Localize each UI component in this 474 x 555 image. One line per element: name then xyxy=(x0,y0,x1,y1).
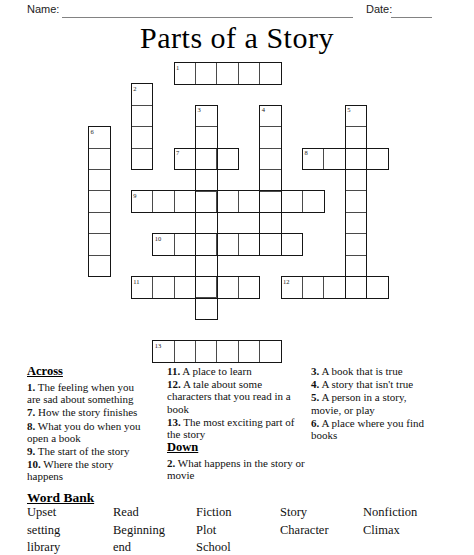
clue-number: 4 xyxy=(262,106,265,113)
clue-down-5: 5. A person in a story, movie, or play xyxy=(311,391,426,415)
clue-number: 1 xyxy=(176,64,179,71)
grid-cell[interactable] xyxy=(259,190,282,213)
grid-cell[interactable] xyxy=(259,126,282,149)
grid-cell[interactable] xyxy=(152,190,175,213)
word-bank-word: setting xyxy=(27,522,113,540)
grid-cell[interactable] xyxy=(345,126,368,149)
grid-cell[interactable] xyxy=(345,276,368,299)
word-bank-word: Upset xyxy=(27,504,113,522)
crossword-grid: 17891011121323456 xyxy=(88,62,390,364)
clue-down-4: 4. A story that isn't true xyxy=(311,378,426,390)
clue-number: 12 xyxy=(283,278,290,285)
grid-cell[interactable] xyxy=(174,276,197,299)
clue-across-1: 1. The feeling when you are sad about so… xyxy=(27,381,145,405)
grid-cell[interactable] xyxy=(88,233,111,256)
grid-cell[interactable] xyxy=(195,276,218,299)
grid-cell[interactable]: 12 xyxy=(281,276,304,299)
grid-cell[interactable]: 3 xyxy=(195,105,218,128)
grid-cell[interactable] xyxy=(345,233,368,256)
grid-cell[interactable] xyxy=(195,126,218,149)
clue-number: 7 xyxy=(176,149,179,156)
grid-cell[interactable] xyxy=(174,233,197,256)
grid-cell[interactable] xyxy=(88,148,111,171)
grid-cell[interactable] xyxy=(131,126,154,149)
grid-cell[interactable]: 4 xyxy=(259,105,282,128)
clue-down-3: 3. A book that is true xyxy=(311,365,426,377)
clue-column-right: 3. A book that is true4. A story that is… xyxy=(311,365,426,442)
word-bank-word: Character xyxy=(280,522,363,540)
grid-cell[interactable] xyxy=(281,233,304,256)
word-bank-word: Story xyxy=(280,504,363,522)
grid-cell[interactable] xyxy=(345,148,368,171)
grid-cell[interactable] xyxy=(216,276,239,299)
grid-cell[interactable] xyxy=(238,233,261,256)
grid-cell[interactable] xyxy=(195,169,218,192)
clue-column-middle: 11. A place to learn12. A tale about som… xyxy=(167,365,306,483)
grid-cell[interactable] xyxy=(259,62,282,85)
grid-cell[interactable] xyxy=(302,190,325,213)
grid-cell[interactable] xyxy=(259,169,282,192)
grid-cell[interactable]: 7 xyxy=(174,148,197,171)
grid-cell[interactable] xyxy=(345,190,368,213)
grid-cell[interactable] xyxy=(195,297,218,320)
clue-number: 8 xyxy=(305,149,308,156)
grid-cell[interactable]: 1 xyxy=(174,62,197,85)
grid-cell[interactable] xyxy=(366,148,389,171)
name-label: Name: xyxy=(27,3,59,15)
grid-cell[interactable] xyxy=(238,190,261,213)
clue-number: 13 xyxy=(155,342,162,349)
clue-number: 3 xyxy=(198,106,201,113)
grid-cell[interactable] xyxy=(88,169,111,192)
grid-cell[interactable] xyxy=(259,340,282,363)
clue-across-11: 11. A place to learn xyxy=(167,365,306,377)
grid-cell[interactable] xyxy=(131,148,154,171)
grid-cell[interactable] xyxy=(302,276,325,299)
grid-cell[interactable] xyxy=(323,148,346,171)
grid-cell[interactable] xyxy=(216,340,239,363)
clue-number: 5 xyxy=(347,106,350,113)
grid-cell[interactable] xyxy=(323,276,346,299)
grid-cell[interactable] xyxy=(238,62,261,85)
grid-cell[interactable] xyxy=(366,276,389,299)
clue-number: 11 xyxy=(133,278,139,285)
grid-cell[interactable] xyxy=(216,190,239,213)
grid-cell[interactable] xyxy=(152,276,175,299)
grid-cell[interactable] xyxy=(259,233,282,256)
clue-number: 10 xyxy=(155,235,162,242)
word-bank-word: Beginning xyxy=(113,522,196,540)
word-bank-word: Climax xyxy=(363,522,457,540)
clue-across-10: 10. Where the story happens xyxy=(27,458,145,482)
grid-cell[interactable] xyxy=(345,212,368,235)
grid-cell[interactable] xyxy=(195,62,218,85)
grid-cell[interactable] xyxy=(345,169,368,192)
clue-across-7: 7. How the story finishes xyxy=(27,406,145,418)
grid-cell[interactable] xyxy=(195,148,218,171)
grid-cell[interactable] xyxy=(216,233,239,256)
clue-number: 6 xyxy=(91,128,94,135)
clue-number: 2 xyxy=(133,85,136,92)
grid-cell[interactable] xyxy=(259,212,282,235)
clue-down-2: 2. What happens in the story or movie xyxy=(167,457,306,481)
word-bank-word: Nonfiction xyxy=(363,504,457,522)
grid-cell[interactable] xyxy=(88,190,111,213)
grid-cell[interactable] xyxy=(259,148,282,171)
grid-cell[interactable]: 9 xyxy=(131,190,154,213)
grid-cell[interactable] xyxy=(195,340,218,363)
grid-cell[interactable] xyxy=(195,212,218,235)
clue-down-6: 6. A place where you find books xyxy=(311,417,426,441)
grid-cell[interactable]: 8 xyxy=(302,148,325,171)
grid-cell[interactable] xyxy=(195,233,218,256)
word-bank-words: UpsetReadFictionStoryNonfictionsettingBe… xyxy=(27,504,457,555)
clue-across-13: 13. The most exciting part of the story xyxy=(167,416,306,440)
grid-cell[interactable] xyxy=(238,340,261,363)
grid-cell[interactable] xyxy=(238,276,261,299)
date-blank-line xyxy=(391,17,432,18)
clue-number: 9 xyxy=(133,192,136,199)
word-bank-word: Plot xyxy=(196,522,280,540)
grid-cell[interactable]: 6 xyxy=(88,126,111,149)
grid-cell[interactable] xyxy=(345,255,368,278)
grid-cell[interactable]: 2 xyxy=(131,83,154,106)
page-title: Parts of a Story xyxy=(0,21,474,55)
clue-across-8: 8. What you do when you open a book xyxy=(27,420,145,444)
grid-cell[interactable]: 13 xyxy=(152,340,175,363)
across-heading: Across xyxy=(27,365,145,378)
grid-cell[interactable] xyxy=(88,255,111,278)
grid-cell[interactable] xyxy=(216,62,239,85)
grid-cell[interactable] xyxy=(88,212,111,235)
word-bank-word: Read xyxy=(113,504,196,522)
down-heading: Down xyxy=(167,441,306,454)
grid-cell[interactable] xyxy=(195,190,218,213)
word-bank-word: end xyxy=(113,539,196,555)
word-bank-word: library xyxy=(27,539,113,555)
date-label: Date: xyxy=(366,3,392,15)
grid-cell[interactable]: 11 xyxy=(131,276,154,299)
name-blank-line xyxy=(62,17,353,18)
clue-across-9: 9. The start of the story xyxy=(27,445,145,457)
grid-cell[interactable]: 5 xyxy=(345,105,368,128)
grid-cell[interactable] xyxy=(131,105,154,128)
worksheet: Name: Date: Parts of a Story 17891011121… xyxy=(0,0,474,555)
grid-cell[interactable] xyxy=(195,255,218,278)
grid-cell[interactable] xyxy=(174,190,197,213)
grid-cell[interactable]: 10 xyxy=(152,233,175,256)
clue-column-left: Across1. The feeling when you are sad ab… xyxy=(27,365,145,484)
word-bank-word: School xyxy=(196,539,280,555)
grid-cell[interactable] xyxy=(174,340,197,363)
word-bank-word: Fiction xyxy=(196,504,280,522)
clue-across-12: 12. A tale about some characters that yo… xyxy=(167,378,306,415)
grid-cell[interactable] xyxy=(281,190,304,213)
grid-cell[interactable] xyxy=(216,148,239,171)
